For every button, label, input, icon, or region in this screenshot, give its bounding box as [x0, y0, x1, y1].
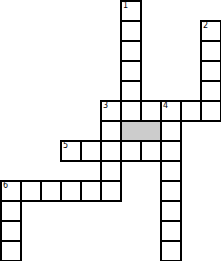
crossword-cell-r5c6[interactable] — [121, 101, 141, 121]
crossword-cell-r5c7[interactable] — [141, 101, 161, 121]
crossword-cell-r11c8[interactable] — [161, 221, 181, 241]
crossword-cell-r7c7[interactable] — [141, 141, 161, 161]
crossword-cell-r9c5[interactable] — [101, 181, 121, 201]
crossword-cell-r10c0[interactable] — [1, 201, 21, 221]
crossword-cell-r9c3[interactable] — [61, 181, 81, 201]
crossword-cell-r10c8[interactable] — [161, 201, 181, 221]
crossword-cell-r7c6[interactable] — [121, 141, 141, 161]
crossword-cell-r0c6[interactable]: 1 — [121, 1, 141, 21]
crossword-cell-r9c8[interactable] — [161, 181, 181, 201]
crossword-cell-r9c4[interactable] — [81, 181, 101, 201]
crossword-cell-r7c8[interactable] — [161, 141, 181, 161]
clue-number-2: 2 — [203, 22, 208, 30]
crossword-cell-r12c0[interactable] — [1, 241, 21, 261]
crossword-cell-r8c8[interactable] — [161, 161, 181, 181]
clue-number-1: 1 — [123, 2, 128, 10]
crossword-cell-r8c5[interactable] — [101, 161, 121, 181]
crossword-cell-r1c10[interactable]: 2 — [201, 21, 221, 41]
crossword-cell-r7c5[interactable] — [101, 141, 121, 161]
crossword-cell-r3c6[interactable] — [121, 61, 141, 81]
crossword-cell-r7c4[interactable] — [81, 141, 101, 161]
crossword-cell-r2c6[interactable] — [121, 41, 141, 61]
crossword-cell-r1c6[interactable] — [121, 21, 141, 41]
crossword-cell-r9c2[interactable] — [41, 181, 61, 201]
crossword-cell-r6c5[interactable] — [101, 121, 121, 141]
crossword-cell-r5c8[interactable]: 4 — [161, 101, 181, 121]
crossword-cell-r3c10[interactable] — [201, 61, 221, 81]
crossword-cell-shaded-r6c6[interactable] — [121, 121, 161, 141]
clue-number-6: 6 — [3, 182, 8, 190]
crossword-cell-r12c8[interactable] — [161, 241, 181, 261]
clue-number-5: 5 — [63, 142, 68, 150]
crossword-cell-r2c10[interactable] — [201, 41, 221, 61]
crossword-cell-r5c9[interactable] — [181, 101, 201, 121]
clue-number-4: 4 — [163, 102, 168, 110]
crossword-cell-r4c6[interactable] — [121, 81, 141, 101]
crossword-cell-r9c0[interactable]: 6 — [1, 181, 21, 201]
crossword-cell-r9c1[interactable] — [21, 181, 41, 201]
crossword-cell-r4c10[interactable] — [201, 81, 221, 101]
crossword-cell-r11c0[interactable] — [1, 221, 21, 241]
crossword-board: 123456 — [1, 1, 221, 261]
clue-number-3: 3 — [103, 102, 108, 110]
crossword-cell-r5c10[interactable] — [201, 101, 221, 121]
crossword-cell-r7c3[interactable]: 5 — [61, 141, 81, 161]
crossword-cell-r5c5[interactable]: 3 — [101, 101, 121, 121]
crossword-cell-r6c8[interactable] — [161, 121, 181, 141]
